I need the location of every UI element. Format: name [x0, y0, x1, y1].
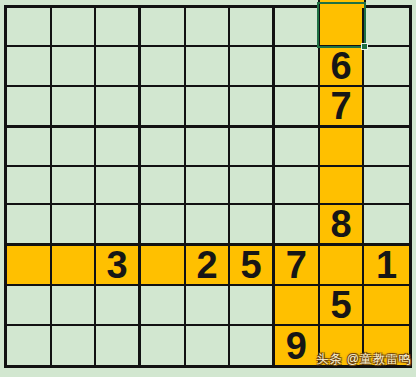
cell-r7c6[interactable]: 5	[230, 246, 275, 286]
cell-r1c5[interactable]	[186, 8, 231, 47]
cell-r4c5[interactable]	[186, 128, 231, 167]
cell-r1c6[interactable]	[230, 8, 275, 47]
cell-r9c2[interactable]	[52, 326, 97, 365]
cell-r9c7[interactable]: 9	[275, 326, 320, 365]
cell-r7c5[interactable]: 2	[186, 246, 231, 286]
cell-r8c8[interactable]: 5	[320, 286, 365, 326]
cell-r4c2[interactable]	[52, 128, 97, 167]
cell-r8c7[interactable]	[275, 286, 320, 326]
cell-r2c3[interactable]	[96, 47, 141, 87]
cell-r9c5[interactable]	[186, 326, 231, 365]
cell-r7c4[interactable]	[141, 246, 186, 286]
cell-r8c4[interactable]	[141, 286, 186, 326]
cell-r8c6[interactable]	[230, 286, 275, 326]
cell-r3c8[interactable]: 7	[320, 87, 365, 128]
cell-r5c4[interactable]	[141, 167, 186, 206]
sudoku-board: 6783257159	[4, 5, 412, 368]
watermark: 头条 @童教雷鸣	[316, 351, 412, 368]
cell-r3c3[interactable]	[96, 87, 141, 128]
cell-r9c6[interactable]	[230, 326, 275, 365]
spreadsheet-canvas: 6783257159 头条 @童教雷鸣	[0, 0, 416, 377]
cell-r8c1[interactable]	[7, 286, 52, 326]
cell-r2c9[interactable]	[364, 47, 409, 87]
cell-r6c5[interactable]	[186, 205, 231, 246]
cell-r5c1[interactable]	[7, 167, 52, 206]
cell-r5c2[interactable]	[52, 167, 97, 206]
cell-r5c7[interactable]	[275, 167, 320, 206]
cell-r4c4[interactable]	[141, 128, 186, 167]
cell-r7c7[interactable]: 7	[275, 246, 320, 286]
cell-r7c8[interactable]	[320, 246, 365, 286]
cell-r2c1[interactable]	[7, 47, 52, 87]
cell-r5c3[interactable]	[96, 167, 141, 206]
cell-r3c9[interactable]	[364, 87, 409, 128]
cell-r5c6[interactable]	[230, 167, 275, 206]
cell-r6c2[interactable]	[52, 205, 97, 246]
cell-r7c3[interactable]: 3	[96, 246, 141, 286]
cell-r6c7[interactable]	[275, 205, 320, 246]
cell-r4c8[interactable]	[320, 128, 365, 167]
cell-r4c6[interactable]	[230, 128, 275, 167]
cell-r9c4[interactable]	[141, 326, 186, 365]
cell-r2c4[interactable]	[141, 47, 186, 87]
cell-r3c6[interactable]	[230, 87, 275, 128]
cell-r1c9[interactable]	[364, 8, 409, 47]
cell-r6c6[interactable]	[230, 205, 275, 246]
cell-r4c7[interactable]	[275, 128, 320, 167]
cell-r7c1[interactable]	[7, 246, 52, 286]
cell-r1c7[interactable]	[275, 8, 320, 47]
cell-r8c5[interactable]	[186, 286, 231, 326]
selection-border[interactable]	[317, 2, 366, 48]
cell-r7c2[interactable]	[52, 246, 97, 286]
cell-r2c5[interactable]	[186, 47, 231, 87]
cell-r9c3[interactable]	[96, 326, 141, 365]
cell-r3c2[interactable]	[52, 87, 97, 128]
cell-r6c1[interactable]	[7, 205, 52, 246]
cell-r2c7[interactable]	[275, 47, 320, 87]
cell-r6c4[interactable]	[141, 205, 186, 246]
cell-r5c8[interactable]	[320, 167, 365, 206]
cell-r3c5[interactable]	[186, 87, 231, 128]
cell-r4c1[interactable]	[7, 128, 52, 167]
cell-r8c9[interactable]	[364, 286, 409, 326]
cell-r7c9[interactable]: 1	[364, 246, 409, 286]
cell-r2c8[interactable]: 6	[320, 47, 365, 87]
cell-r1c2[interactable]	[52, 8, 97, 47]
cell-r1c3[interactable]	[96, 8, 141, 47]
cell-r4c3[interactable]	[96, 128, 141, 167]
cell-r2c6[interactable]	[230, 47, 275, 87]
cell-r3c4[interactable]	[141, 87, 186, 128]
cell-r5c9[interactable]	[364, 167, 409, 206]
cell-r1c4[interactable]	[141, 8, 186, 47]
cell-r6c8[interactable]: 8	[320, 205, 365, 246]
cell-r3c1[interactable]	[7, 87, 52, 128]
cell-r9c1[interactable]	[7, 326, 52, 365]
cell-r3c7[interactable]	[275, 87, 320, 128]
cell-r8c2[interactable]	[52, 286, 97, 326]
fill-handle[interactable]	[361, 43, 368, 50]
cell-r6c9[interactable]	[364, 205, 409, 246]
cell-r1c1[interactable]	[7, 8, 52, 47]
cell-r2c2[interactable]	[52, 47, 97, 87]
cell-r8c3[interactable]	[96, 286, 141, 326]
cell-r4c9[interactable]	[364, 128, 409, 167]
cell-r5c5[interactable]	[186, 167, 231, 206]
cell-r6c3[interactable]	[96, 205, 141, 246]
